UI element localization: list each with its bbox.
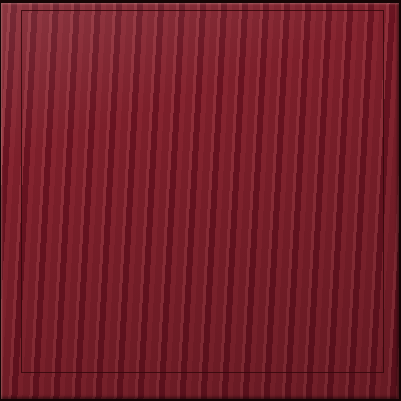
chess-board-window bbox=[0, 0, 401, 401]
rank-labels bbox=[0, 11, 21, 372]
file-labels bbox=[22, 372, 383, 398]
chess-board bbox=[22, 11, 383, 372]
